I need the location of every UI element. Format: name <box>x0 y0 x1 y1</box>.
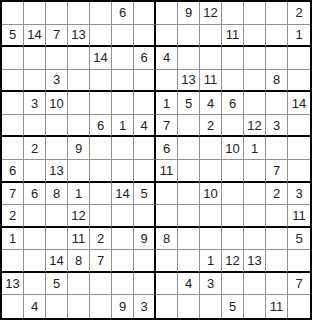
given-cell-r6c13[interactable]: 3 <box>266 115 288 138</box>
cell-r13c13[interactable] <box>266 273 288 296</box>
cell-r1c5[interactable] <box>90 2 112 25</box>
cell-r10c9[interactable] <box>178 205 200 228</box>
cell-r9c9[interactable] <box>178 183 200 206</box>
cell-r13c7[interactable] <box>134 273 156 296</box>
given-cell-r7c4[interactable]: 9 <box>68 137 90 160</box>
cell-r14c12[interactable] <box>244 295 266 318</box>
given-cell-r12c12[interactable]: 13 <box>244 250 266 273</box>
cell-r9c12[interactable] <box>244 183 266 206</box>
cell-r14c9[interactable] <box>178 295 200 318</box>
cell-r7c9[interactable] <box>178 137 200 160</box>
cell-r2c9[interactable] <box>178 25 200 48</box>
cell-r13c2[interactable] <box>24 273 46 296</box>
cell-r4c7[interactable] <box>134 70 156 93</box>
given-cell-r9c7[interactable]: 5 <box>134 183 156 206</box>
cell-r11c6[interactable] <box>112 228 134 251</box>
cell-r1c12[interactable] <box>244 2 266 25</box>
given-cell-r14c2[interactable]: 4 <box>24 295 46 318</box>
cell-r12c14[interactable] <box>288 250 310 273</box>
cell-r7c5[interactable] <box>90 137 112 160</box>
given-cell-r5c8[interactable]: 1 <box>156 92 178 115</box>
cell-r8c7[interactable] <box>134 160 156 183</box>
given-cell-r2c11[interactable]: 11 <box>222 25 244 48</box>
cell-r10c13[interactable] <box>266 205 288 228</box>
given-cell-r11c8[interactable]: 8 <box>156 228 178 251</box>
given-cell-r3c8[interactable]: 4 <box>156 47 178 70</box>
given-cell-r7c2[interactable]: 2 <box>24 137 46 160</box>
cell-r8c11[interactable] <box>222 160 244 183</box>
cell-r10c11[interactable] <box>222 205 244 228</box>
cell-r4c14[interactable] <box>288 70 310 93</box>
given-cell-r4c13[interactable]: 8 <box>266 70 288 93</box>
cell-r9c5[interactable] <box>90 183 112 206</box>
cell-r12c13[interactable] <box>266 250 288 273</box>
cell-r1c13[interactable] <box>266 2 288 25</box>
given-cell-r6c12[interactable]: 12 <box>244 115 266 138</box>
given-cell-r11c1[interactable]: 1 <box>2 228 24 251</box>
cell-r1c8[interactable] <box>156 2 178 25</box>
cell-r13c5[interactable] <box>90 273 112 296</box>
cell-r8c5[interactable] <box>90 160 112 183</box>
cell-r11c11[interactable] <box>222 228 244 251</box>
given-cell-r11c4[interactable]: 11 <box>68 228 90 251</box>
cell-r2c8[interactable] <box>156 25 178 48</box>
cell-r7c1[interactable] <box>2 137 24 160</box>
cell-r12c8[interactable] <box>156 250 178 273</box>
cell-r8c10[interactable] <box>200 160 222 183</box>
given-cell-r12c10[interactable]: 1 <box>200 250 222 273</box>
cell-r5c13[interactable] <box>266 92 288 115</box>
cell-r12c7[interactable] <box>134 250 156 273</box>
given-cell-r9c4[interactable]: 1 <box>68 183 90 206</box>
given-cell-r1c14[interactable]: 2 <box>288 2 310 25</box>
cell-r10c3[interactable] <box>46 205 68 228</box>
cell-r13c4[interactable] <box>68 273 90 296</box>
cell-r9c11[interactable] <box>222 183 244 206</box>
cell-r3c4[interactable] <box>68 47 90 70</box>
given-cell-r5c14[interactable]: 14 <box>288 92 310 115</box>
cell-r7c14[interactable] <box>288 137 310 160</box>
cell-r8c9[interactable] <box>178 160 200 183</box>
given-cell-r9c13[interactable]: 2 <box>266 183 288 206</box>
cell-r4c5[interactable] <box>90 70 112 93</box>
cell-r3c13[interactable] <box>266 47 288 70</box>
given-cell-r10c1[interactable]: 2 <box>2 205 24 228</box>
given-cell-r2c4[interactable]: 13 <box>68 25 90 48</box>
given-cell-r2c2[interactable]: 14 <box>24 25 46 48</box>
cell-r2c5[interactable] <box>90 25 112 48</box>
cell-r4c4[interactable] <box>68 70 90 93</box>
given-cell-r12c3[interactable]: 14 <box>46 250 68 273</box>
cell-r8c12[interactable] <box>244 160 266 183</box>
cell-r10c8[interactable] <box>156 205 178 228</box>
cell-r3c12[interactable] <box>244 47 266 70</box>
cell-r5c5[interactable] <box>90 92 112 115</box>
cell-r12c9[interactable] <box>178 250 200 273</box>
given-cell-r3c7[interactable]: 6 <box>134 47 156 70</box>
cell-r14c1[interactable] <box>2 295 24 318</box>
given-cell-r8c3[interactable]: 13 <box>46 160 68 183</box>
given-cell-r7c11[interactable]: 10 <box>222 137 244 160</box>
cell-r8c14[interactable] <box>288 160 310 183</box>
given-cell-r14c6[interactable]: 9 <box>112 295 134 318</box>
given-cell-r2c14[interactable]: 1 <box>288 25 310 48</box>
cell-r6c4[interactable] <box>68 115 90 138</box>
given-cell-r6c7[interactable]: 4 <box>134 115 156 138</box>
cell-r3c9[interactable] <box>178 47 200 70</box>
given-cell-r14c7[interactable]: 3 <box>134 295 156 318</box>
given-cell-r2c3[interactable]: 7 <box>46 25 68 48</box>
cell-r7c13[interactable] <box>266 137 288 160</box>
given-cell-r9c1[interactable]: 7 <box>2 183 24 206</box>
given-cell-r14c13[interactable]: 11 <box>266 295 288 318</box>
cell-r3c14[interactable] <box>288 47 310 70</box>
cell-r6c1[interactable] <box>2 115 24 138</box>
given-cell-r4c3[interactable]: 3 <box>46 70 68 93</box>
cell-r13c8[interactable] <box>156 273 178 296</box>
cell-r10c12[interactable] <box>244 205 266 228</box>
cell-r11c3[interactable] <box>46 228 68 251</box>
cell-r10c6[interactable] <box>112 205 134 228</box>
cell-r1c2[interactable] <box>24 2 46 25</box>
given-cell-r6c10[interactable]: 2 <box>200 115 222 138</box>
cell-r10c2[interactable] <box>24 205 46 228</box>
given-cell-r5c3[interactable]: 10 <box>46 92 68 115</box>
given-cell-r4c9[interactable]: 13 <box>178 70 200 93</box>
given-cell-r11c14[interactable]: 5 <box>288 228 310 251</box>
cell-r14c3[interactable] <box>46 295 68 318</box>
cell-r5c12[interactable] <box>244 92 266 115</box>
cell-r5c1[interactable] <box>2 92 24 115</box>
cell-r13c12[interactable] <box>244 273 266 296</box>
cell-r6c2[interactable] <box>24 115 46 138</box>
given-cell-r6c5[interactable]: 6 <box>90 115 112 138</box>
cell-r11c10[interactable] <box>200 228 222 251</box>
cell-r1c4[interactable] <box>68 2 90 25</box>
given-cell-r5c10[interactable]: 4 <box>200 92 222 115</box>
cell-r3c3[interactable] <box>46 47 68 70</box>
cell-r1c7[interactable] <box>134 2 156 25</box>
given-cell-r12c11[interactable]: 12 <box>222 250 244 273</box>
given-cell-r14c11[interactable]: 5 <box>222 295 244 318</box>
cell-r1c1[interactable] <box>2 2 24 25</box>
given-cell-r12c4[interactable]: 8 <box>68 250 90 273</box>
cell-r4c6[interactable] <box>112 70 134 93</box>
cell-r14c10[interactable] <box>200 295 222 318</box>
cell-r4c12[interactable] <box>244 70 266 93</box>
given-cell-r5c2[interactable]: 3 <box>24 92 46 115</box>
cell-r3c6[interactable] <box>112 47 134 70</box>
given-cell-r8c13[interactable]: 7 <box>266 160 288 183</box>
cell-r11c9[interactable] <box>178 228 200 251</box>
cell-r11c2[interactable] <box>24 228 46 251</box>
given-cell-r1c6[interactable]: 6 <box>112 2 134 25</box>
given-cell-r13c10[interactable]: 3 <box>200 273 222 296</box>
cell-r1c3[interactable] <box>46 2 68 25</box>
given-cell-r12c5[interactable]: 7 <box>90 250 112 273</box>
given-cell-r7c12[interactable]: 1 <box>244 137 266 160</box>
cell-r11c12[interactable] <box>244 228 266 251</box>
given-cell-r11c7[interactable]: 9 <box>134 228 156 251</box>
given-cell-r13c1[interactable]: 13 <box>2 273 24 296</box>
cell-r7c6[interactable] <box>112 137 134 160</box>
page: 6912251471311114643131183101546146147212… <box>0 0 312 320</box>
cell-r10c5[interactable] <box>90 205 112 228</box>
cell-r3c1[interactable] <box>2 47 24 70</box>
cell-r2c6[interactable] <box>112 25 134 48</box>
cell-r5c4[interactable] <box>68 92 90 115</box>
cell-r7c3[interactable] <box>46 137 68 160</box>
cell-r8c2[interactable] <box>24 160 46 183</box>
given-cell-r9c2[interactable]: 6 <box>24 183 46 206</box>
given-cell-r11c5[interactable]: 2 <box>90 228 112 251</box>
cell-r2c7[interactable] <box>134 25 156 48</box>
cell-r7c10[interactable] <box>200 137 222 160</box>
sudoku-board: 6912251471311114643131183101546146147212… <box>0 0 312 320</box>
given-cell-r5c9[interactable]: 5 <box>178 92 200 115</box>
cell-r13c6[interactable] <box>112 273 134 296</box>
cell-r7c7[interactable] <box>134 137 156 160</box>
cell-r12c1[interactable] <box>2 250 24 273</box>
given-cell-r9c14[interactable]: 3 <box>288 183 310 206</box>
cell-r6c11[interactable] <box>222 115 244 138</box>
cell-r4c8[interactable] <box>156 70 178 93</box>
cell-r6c14[interactable] <box>288 115 310 138</box>
given-cell-r10c4[interactable]: 12 <box>68 205 90 228</box>
cell-r11c13[interactable] <box>266 228 288 251</box>
cell-r5c6[interactable] <box>112 92 134 115</box>
cell-r10c7[interactable] <box>134 205 156 228</box>
given-cell-r9c3[interactable]: 8 <box>46 183 68 206</box>
cell-r14c5[interactable] <box>90 295 112 318</box>
cell-r3c11[interactable] <box>222 47 244 70</box>
cell-r2c13[interactable] <box>266 25 288 48</box>
given-cell-r13c9[interactable]: 4 <box>178 273 200 296</box>
given-cell-r6c6[interactable]: 1 <box>112 115 134 138</box>
cell-r8c6[interactable] <box>112 160 134 183</box>
cell-r6c3[interactable] <box>46 115 68 138</box>
given-cell-r1c10[interactable]: 12 <box>200 2 222 25</box>
cell-r9c8[interactable] <box>156 183 178 206</box>
given-cell-r8c1[interactable]: 6 <box>2 160 24 183</box>
cell-r10c10[interactable] <box>200 205 222 228</box>
cell-r3c10[interactable] <box>200 47 222 70</box>
cell-r8c4[interactable] <box>68 160 90 183</box>
given-cell-r9c6[interactable]: 14 <box>112 183 134 206</box>
given-cell-r4c10[interactable]: 11 <box>200 70 222 93</box>
cell-r2c10[interactable] <box>200 25 222 48</box>
cell-r4c2[interactable] <box>24 70 46 93</box>
given-cell-r13c14[interactable]: 7 <box>288 273 310 296</box>
given-cell-r7c8[interactable]: 6 <box>156 137 178 160</box>
given-cell-r3c5[interactable]: 14 <box>90 47 112 70</box>
cell-r4c11[interactable] <box>222 70 244 93</box>
cell-r5c7[interactable] <box>134 92 156 115</box>
cell-r4c1[interactable] <box>2 70 24 93</box>
given-cell-r13c3[interactable]: 5 <box>46 273 68 296</box>
given-cell-r8c8[interactable]: 11 <box>156 160 178 183</box>
given-cell-r1c9[interactable]: 9 <box>178 2 200 25</box>
cell-r2c12[interactable] <box>244 25 266 48</box>
given-cell-r6c8[interactable]: 7 <box>156 115 178 138</box>
cell-r14c14[interactable] <box>288 295 310 318</box>
given-cell-r5c11[interactable]: 6 <box>222 92 244 115</box>
cell-r12c6[interactable] <box>112 250 134 273</box>
cell-r1c11[interactable] <box>222 2 244 25</box>
cell-r3c2[interactable] <box>24 47 46 70</box>
cell-r6c9[interactable] <box>178 115 200 138</box>
given-cell-r2c1[interactable]: 5 <box>2 25 24 48</box>
given-cell-r9c10[interactable]: 10 <box>200 183 222 206</box>
cell-r13c11[interactable] <box>222 273 244 296</box>
given-cell-r10c14[interactable]: 11 <box>288 205 310 228</box>
cell-r14c4[interactable] <box>68 295 90 318</box>
cell-r14c8[interactable] <box>156 295 178 318</box>
cell-r12c2[interactable] <box>24 250 46 273</box>
